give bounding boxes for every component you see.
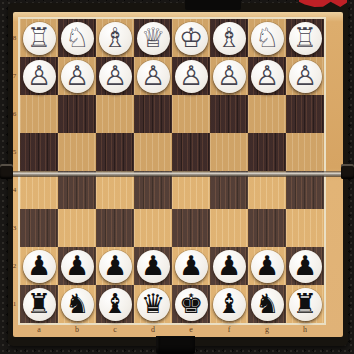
file-label-h: h <box>286 323 324 336</box>
square-g2[interactable]: ♟ <box>248 247 286 285</box>
square-h1[interactable]: ♜ <box>286 285 324 323</box>
square-b5[interactable] <box>58 133 96 171</box>
square-f7[interactable]: ♙ <box>210 57 248 95</box>
square-d7[interactable]: ♙ <box>134 57 172 95</box>
square-e2[interactable]: ♟ <box>172 247 210 285</box>
piece-glyph: ♕ <box>141 24 165 51</box>
square-c7[interactable]: ♙ <box>96 57 134 95</box>
square-b3[interactable] <box>58 209 96 247</box>
black-bishop[interactable]: ♝ <box>213 288 246 321</box>
piece-glyph: ♟ <box>293 252 317 279</box>
piece-glyph: ♞ <box>65 290 89 317</box>
white-pawn[interactable]: ♙ <box>175 60 208 93</box>
piece-glyph: ♜ <box>27 290 51 317</box>
black-knight[interactable]: ♞ <box>61 288 94 321</box>
black-pawn[interactable]: ♟ <box>175 250 208 283</box>
photo-scene: 87654321 ♖♘♗♕♔♗♘♖♙♙♙♙♙♙♙♙♟♟♟♟♟♟♟♟♜♞♝♛♚♝♞… <box>0 0 354 354</box>
piece-glyph: ♟ <box>179 252 203 279</box>
hinge-knob-left-icon <box>0 164 13 179</box>
file-labels: abcdefgh <box>20 323 324 336</box>
piece-glyph: ♟ <box>217 252 241 279</box>
square-e1[interactable]: ♚ <box>172 285 210 323</box>
black-pawn[interactable]: ♟ <box>61 250 94 283</box>
clasp-tab-bottom <box>156 336 195 354</box>
square-g7[interactable]: ♙ <box>248 57 286 95</box>
square-a2[interactable]: ♟ <box>20 247 58 285</box>
piece-glyph: ♙ <box>141 62 165 89</box>
piece-glyph: ♙ <box>217 62 241 89</box>
square-d1[interactable]: ♛ <box>134 285 172 323</box>
white-queen[interactable]: ♕ <box>137 22 170 55</box>
square-b7[interactable]: ♙ <box>58 57 96 95</box>
square-c1[interactable]: ♝ <box>96 285 134 323</box>
square-g6[interactable] <box>248 95 286 133</box>
piece-glyph: ♙ <box>179 62 203 89</box>
square-c6[interactable] <box>96 95 134 133</box>
black-pawn[interactable]: ♟ <box>99 250 132 283</box>
square-d8[interactable]: ♕ <box>134 19 172 57</box>
square-e8[interactable]: ♔ <box>172 19 210 57</box>
white-pawn[interactable]: ♙ <box>23 60 56 93</box>
piece-glyph: ♚ <box>179 290 203 317</box>
black-pawn[interactable]: ♟ <box>137 250 170 283</box>
square-c2[interactable]: ♟ <box>96 247 134 285</box>
square-h2[interactable]: ♟ <box>286 247 324 285</box>
square-g3[interactable] <box>248 209 286 247</box>
piece-glyph: ♟ <box>141 252 165 279</box>
square-f1[interactable]: ♝ <box>210 285 248 323</box>
piece-glyph: ♟ <box>65 252 89 279</box>
piece-glyph: ♝ <box>103 290 127 317</box>
white-rook[interactable]: ♖ <box>289 22 322 55</box>
file-label-b: b <box>58 323 96 336</box>
square-d6[interactable] <box>134 95 172 133</box>
piece-glyph: ♗ <box>103 24 127 51</box>
piece-glyph: ♘ <box>255 24 279 51</box>
white-king[interactable]: ♔ <box>175 22 208 55</box>
square-f2[interactable]: ♟ <box>210 247 248 285</box>
square-h6[interactable] <box>286 95 324 133</box>
square-h7[interactable]: ♙ <box>286 57 324 95</box>
square-d2[interactable]: ♟ <box>134 247 172 285</box>
square-h5[interactable] <box>286 133 324 171</box>
piece-glyph: ♖ <box>293 24 317 51</box>
square-b2[interactable]: ♟ <box>58 247 96 285</box>
white-pawn[interactable]: ♙ <box>289 60 322 93</box>
piece-glyph: ♛ <box>141 290 165 317</box>
square-g8[interactable]: ♘ <box>248 19 286 57</box>
white-pawn[interactable]: ♙ <box>251 60 284 93</box>
white-pawn[interactable]: ♙ <box>61 60 94 93</box>
rank-label-3: 3 <box>9 209 20 247</box>
black-knight[interactable]: ♞ <box>251 288 284 321</box>
piece-glyph: ♗ <box>217 24 241 51</box>
file-label-d: d <box>134 323 172 336</box>
piece-glyph: ♙ <box>293 62 317 89</box>
square-a5[interactable] <box>20 133 58 171</box>
black-queen[interactable]: ♛ <box>137 288 170 321</box>
black-pawn[interactable]: ♟ <box>23 250 56 283</box>
white-knight[interactable]: ♘ <box>61 22 94 55</box>
file-label-f: f <box>210 323 248 336</box>
square-f6[interactable] <box>210 95 248 133</box>
white-pawn[interactable]: ♙ <box>137 60 170 93</box>
rank-label-7: 7 <box>9 57 20 95</box>
square-h8[interactable]: ♖ <box>286 19 324 57</box>
rank-label-2: 2 <box>9 247 20 285</box>
black-rook[interactable]: ♜ <box>289 288 322 321</box>
rank-label-6: 6 <box>9 95 20 133</box>
piece-glyph: ♙ <box>103 62 127 89</box>
black-rook[interactable]: ♜ <box>23 288 56 321</box>
square-a7[interactable]: ♙ <box>20 57 58 95</box>
white-pawn[interactable]: ♙ <box>99 60 132 93</box>
white-pawn[interactable]: ♙ <box>213 60 246 93</box>
square-a8[interactable]: ♖ <box>20 19 58 57</box>
square-a1[interactable]: ♜ <box>20 285 58 323</box>
file-label-c: c <box>96 323 134 336</box>
square-b8[interactable]: ♘ <box>58 19 96 57</box>
square-a6[interactable] <box>20 95 58 133</box>
white-bishop[interactable]: ♗ <box>213 22 246 55</box>
square-d5[interactable] <box>134 133 172 171</box>
white-rook[interactable]: ♖ <box>23 22 56 55</box>
chess-board: 87654321 ♖♘♗♕♔♗♘♖♙♙♙♙♙♙♙♙♟♟♟♟♟♟♟♟♜♞♝♛♚♝♞… <box>8 3 348 346</box>
piece-glyph: ♙ <box>65 62 89 89</box>
hinge-knob-right-icon <box>341 164 354 179</box>
square-e7[interactable]: ♙ <box>172 57 210 95</box>
file-label-a: a <box>20 323 58 336</box>
square-e3[interactable] <box>172 209 210 247</box>
black-pawn[interactable]: ♟ <box>213 250 246 283</box>
piece-glyph: ♞ <box>255 290 279 317</box>
square-a3[interactable] <box>20 209 58 247</box>
piece-glyph: ♝ <box>217 290 241 317</box>
piece-glyph: ♟ <box>27 252 51 279</box>
file-label-g: g <box>248 323 286 336</box>
piece-glyph: ♖ <box>27 24 51 51</box>
black-king[interactable]: ♚ <box>175 288 208 321</box>
square-e6[interactable] <box>172 95 210 133</box>
white-bishop[interactable]: ♗ <box>99 22 132 55</box>
white-knight[interactable]: ♘ <box>251 22 284 55</box>
square-f5[interactable] <box>210 133 248 171</box>
piece-glyph: ♟ <box>103 252 127 279</box>
square-d3[interactable] <box>134 209 172 247</box>
square-g1[interactable]: ♞ <box>248 285 286 323</box>
black-pawn[interactable]: ♟ <box>251 250 284 283</box>
square-g5[interactable] <box>248 133 286 171</box>
hinge-tab-top <box>185 0 241 10</box>
file-label-e: e <box>172 323 210 336</box>
piece-glyph: ♜ <box>293 290 317 317</box>
square-f3[interactable] <box>210 209 248 247</box>
hinge-line <box>8 171 348 177</box>
piece-glyph: ♟ <box>255 252 279 279</box>
square-c5[interactable] <box>96 133 134 171</box>
square-h3[interactable] <box>286 209 324 247</box>
square-c8[interactable]: ♗ <box>96 19 134 57</box>
piece-glyph: ♔ <box>179 24 203 51</box>
square-f8[interactable]: ♗ <box>210 19 248 57</box>
rank-label-8: 8 <box>9 19 20 57</box>
square-c3[interactable] <box>96 209 134 247</box>
square-b1[interactable]: ♞ <box>58 285 96 323</box>
black-pawn[interactable]: ♟ <box>289 250 322 283</box>
piece-glyph: ♘ <box>65 24 89 51</box>
square-b6[interactable] <box>58 95 96 133</box>
black-bishop[interactable]: ♝ <box>99 288 132 321</box>
piece-glyph: ♙ <box>255 62 279 89</box>
square-e5[interactable] <box>172 133 210 171</box>
rank-label-1: 1 <box>9 285 20 323</box>
piece-glyph: ♙ <box>27 62 51 89</box>
